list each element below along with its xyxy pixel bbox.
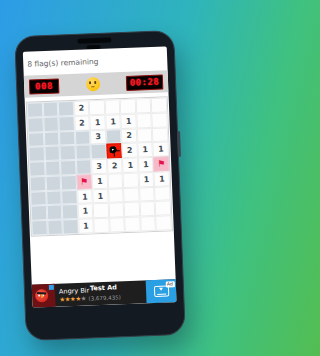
timer-counter: 00:28 (126, 74, 164, 90)
cell-r4c2[interactable] (60, 160, 76, 175)
cell-r5c0[interactable] (30, 176, 46, 191)
cell-r0c2[interactable] (58, 101, 74, 116)
cell-r6c5[interactable] (108, 188, 124, 203)
cell-r5c2[interactable] (61, 175, 77, 190)
cell-r1c3[interactable]: 2 (74, 115, 90, 130)
cell-r5c8[interactable]: 1 (154, 171, 170, 186)
cell-r8c3[interactable]: 1 (78, 218, 94, 233)
ad-badge: Ad (165, 281, 174, 287)
cell-r3c5[interactable] (106, 143, 122, 158)
cell-r0c5[interactable] (104, 99, 120, 114)
cell-r1c8[interactable] (152, 112, 168, 127)
cell-r7c2[interactable] (62, 204, 78, 219)
cell-r7c0[interactable] (31, 206, 47, 221)
bird-beak (41, 294, 44, 298)
cell-r5c5[interactable] (107, 173, 123, 188)
icon-blue-accent (49, 285, 54, 290)
cell-r1c0[interactable] (27, 117, 43, 132)
cell-r6c8[interactable] (155, 186, 171, 201)
cell-r2c2[interactable] (59, 130, 75, 145)
cell-r8c5[interactable] (109, 217, 125, 232)
star-dim-icon: ★ (80, 295, 86, 303)
cell-r4c4[interactable]: 3 (91, 159, 107, 174)
cell-r1c7[interactable] (136, 113, 152, 128)
app-screen: 8 flag(s) remaining 008 00:28 2211132211… (23, 46, 177, 307)
sad-face-icon[interactable] (85, 77, 100, 92)
cell-r7c8[interactable] (155, 201, 171, 216)
phone-speaker (77, 37, 111, 43)
cell-r8c1[interactable] (47, 220, 63, 235)
ad-banner[interactable]: Angry Bir Test Ad ★★★★ ★ (3,679,435) Ad (32, 279, 177, 308)
cell-r0c4[interactable] (89, 100, 105, 115)
cell-r3c6[interactable]: 2 (122, 143, 138, 158)
cell-r2c8[interactable] (152, 127, 168, 142)
cell-r8c7[interactable] (140, 216, 156, 231)
mine-counter: 008 (29, 78, 60, 94)
cell-r8c2[interactable] (62, 219, 78, 234)
cell-r6c1[interactable] (46, 190, 62, 205)
cell-r4c6[interactable]: 1 (122, 158, 138, 173)
cell-r5c3[interactable]: ⚑ (76, 174, 92, 189)
cell-r8c8[interactable] (156, 216, 172, 231)
flag-icon: ⚑ (80, 177, 88, 186)
mine-counter-value: 008 (35, 81, 53, 92)
hud-bar: 008 00:28 (24, 70, 169, 98)
cell-r4c5[interactable]: 2 (107, 158, 123, 173)
cell-r4c1[interactable] (45, 161, 61, 176)
rating-count: (3,679,435) (88, 294, 121, 301)
flag-icon: ⚑ (157, 159, 165, 168)
cell-r8c0[interactable] (31, 220, 47, 235)
cell-r4c3[interactable] (76, 159, 92, 174)
cell-r7c1[interactable] (46, 205, 62, 220)
ad-rating: ★★★★ ★ (3,679,435) (59, 293, 121, 303)
cell-r0c7[interactable] (136, 98, 152, 113)
cell-r3c1[interactable] (44, 146, 60, 161)
cell-r5c1[interactable] (45, 175, 61, 190)
cell-r1c5[interactable]: 1 (105, 114, 121, 129)
cell-r6c6[interactable] (123, 187, 139, 202)
cell-r3c0[interactable] (28, 146, 44, 161)
cell-r6c2[interactable] (61, 190, 77, 205)
timer-value: 00:28 (130, 77, 160, 88)
cell-r3c8[interactable]: 1 (153, 142, 169, 157)
cell-r8c4[interactable] (93, 218, 109, 233)
board-grid: 22111322113211⚑⚑1111111 (26, 96, 173, 236)
cell-r7c6[interactable] (124, 202, 140, 217)
download-icon (153, 285, 168, 297)
test-ad-label: Test Ad (90, 283, 117, 292)
cell-r2c5[interactable] (106, 129, 122, 144)
phone-mockup: 8 flag(s) remaining 008 00:28 2211132211… (14, 30, 186, 341)
cell-r7c3[interactable]: 1 (77, 204, 93, 219)
cell-r3c2[interactable] (60, 145, 76, 160)
cell-r1c2[interactable] (58, 116, 74, 131)
cell-r5c6[interactable] (123, 172, 139, 187)
cell-r2c6[interactable]: 2 (121, 128, 137, 143)
flags-remaining-text: 8 flag(s) remaining (27, 56, 99, 68)
cell-r7c4[interactable] (93, 203, 109, 218)
cell-r1c1[interactable] (43, 116, 59, 131)
mine-icon (110, 146, 119, 155)
ad-app-icon[interactable] (32, 284, 56, 308)
cell-r7c7[interactable] (140, 201, 156, 216)
cell-r0c8[interactable] (151, 97, 167, 112)
cell-r0c0[interactable] (27, 102, 43, 117)
cell-r6c3[interactable]: 1 (77, 189, 93, 204)
cell-r8c6[interactable] (125, 217, 141, 232)
cell-r4c0[interactable] (29, 161, 45, 176)
cell-r0c1[interactable] (42, 102, 58, 117)
cell-r6c0[interactable] (30, 191, 46, 206)
cell-r4c8[interactable]: ⚑ (153, 156, 169, 171)
cell-r2c4[interactable]: 3 (90, 129, 106, 144)
cell-r1c6[interactable]: 1 (121, 113, 137, 128)
cell-r3c4[interactable] (91, 144, 107, 159)
cell-r2c7[interactable] (137, 127, 153, 142)
cell-r2c3[interactable] (75, 130, 91, 145)
cell-r3c3[interactable] (75, 145, 91, 160)
cell-r2c1[interactable] (43, 131, 59, 146)
cell-r5c7[interactable]: 1 (138, 172, 154, 187)
cell-r0c3[interactable]: 2 (73, 100, 89, 115)
cell-r3c7[interactable]: 1 (137, 142, 153, 157)
cell-r7c5[interactable] (108, 203, 124, 218)
cell-r4c7[interactable]: 1 (138, 157, 154, 172)
cell-r1c4[interactable]: 1 (90, 115, 106, 130)
cell-r2c0[interactable] (28, 132, 44, 147)
cell-r6c7[interactable] (139, 187, 155, 202)
star-icons: ★★★★ (59, 295, 81, 304)
cell-r0c6[interactable] (120, 99, 136, 114)
cell-r6c4[interactable]: 1 (92, 188, 108, 203)
ad-text-area[interactable]: Angry Bir Test Ad ★★★★ ★ (3,679,435) (55, 280, 147, 306)
cell-r5c4[interactable]: 1 (92, 174, 108, 189)
